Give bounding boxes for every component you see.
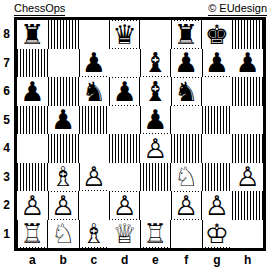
piece-wn-f3[interactable]: ♘	[173, 163, 199, 190]
piece-br-a8[interactable]: ♜	[19, 21, 45, 48]
square-g1[interactable]: ♔	[202, 220, 233, 249]
square-h1[interactable]	[232, 220, 263, 249]
file-label-f: f	[171, 253, 202, 267]
rank-label-6: 6	[0, 77, 13, 106]
app-title: ChessOps	[14, 2, 65, 16]
square-d7[interactable]	[109, 49, 140, 78]
copyright-label: © EUdesign	[208, 2, 267, 16]
square-f5[interactable]	[171, 106, 202, 135]
square-h2[interactable]	[232, 191, 263, 220]
square-d2[interactable]: ♙	[109, 191, 140, 220]
piece-bp-d6[interactable]: ♟	[112, 78, 138, 105]
piece-bp-f7[interactable]: ♟	[173, 49, 199, 76]
rank-label-1: 1	[0, 220, 13, 249]
square-e7[interactable]: ♝	[140, 49, 171, 78]
square-h4[interactable]	[232, 134, 263, 163]
piece-wr-e1[interactable]: ♖	[142, 220, 168, 247]
square-g3[interactable]	[202, 163, 233, 192]
piece-wp-h3[interactable]: ♙	[235, 163, 261, 190]
file-label-d: d	[109, 253, 140, 267]
piece-wp-b2[interactable]: ♙	[50, 192, 76, 219]
piece-bp-g7[interactable]: ♟	[204, 49, 230, 76]
square-d6[interactable]: ♟	[109, 77, 140, 106]
piece-bp-a6[interactable]: ♟	[19, 78, 45, 105]
piece-bq-d8[interactable]: ♛	[112, 21, 138, 48]
square-g7[interactable]: ♟	[202, 49, 233, 78]
piece-wn-b1[interactable]: ♘	[50, 220, 76, 247]
rank-label-2: 2	[0, 191, 13, 220]
square-c3[interactable]: ♙	[79, 163, 110, 192]
square-b1[interactable]: ♘	[48, 220, 79, 249]
rank-label-4: 4	[0, 134, 13, 163]
square-f4[interactable]	[171, 134, 202, 163]
square-h7[interactable]: ♟	[232, 49, 263, 78]
square-a6[interactable]: ♟	[17, 77, 48, 106]
file-label-e: e	[140, 253, 171, 267]
square-a4[interactable]	[17, 134, 48, 163]
square-b8[interactable]	[48, 20, 79, 49]
square-e8[interactable]	[140, 20, 171, 49]
file-label-h: h	[232, 253, 263, 267]
chess-diagram-screen: ChessOps © EUdesign 87654321 ♜♛♜♚♟♝♟♟♟♟♞…	[0, 0, 270, 270]
piece-bp-c7[interactable]: ♟	[81, 49, 107, 76]
piece-wb-b3[interactable]: ♗	[50, 163, 76, 190]
square-c6[interactable]: ♞	[79, 77, 110, 106]
piece-wk-g1[interactable]: ♔	[204, 220, 230, 247]
square-b2[interactable]: ♙	[48, 191, 79, 220]
square-a3[interactable]	[17, 163, 48, 192]
square-f7[interactable]: ♟	[171, 49, 202, 78]
square-c4[interactable]	[79, 134, 110, 163]
square-f6[interactable]: ♞	[171, 77, 202, 106]
piece-wp-g2[interactable]: ♙	[204, 192, 230, 219]
file-label-a: a	[17, 253, 48, 267]
square-d3[interactable]	[109, 163, 140, 192]
square-a2[interactable]: ♙	[17, 191, 48, 220]
square-g8[interactable]: ♚	[202, 20, 233, 49]
rank-labels: 87654321	[0, 20, 13, 248]
square-b3[interactable]: ♗	[48, 163, 79, 192]
square-g2[interactable]: ♙	[202, 191, 233, 220]
square-f3[interactable]: ♘	[171, 163, 202, 192]
piece-bb-e6[interactable]: ♝	[142, 78, 168, 105]
square-d8[interactable]: ♛	[109, 20, 140, 49]
piece-br-f8[interactable]: ♜	[173, 21, 199, 48]
piece-wp-f2[interactable]: ♙	[173, 192, 199, 219]
piece-bk-g8[interactable]: ♚	[204, 21, 230, 48]
square-h3[interactable]: ♙	[232, 163, 263, 192]
piece-wp-c3[interactable]: ♙	[81, 163, 107, 190]
square-e2[interactable]	[140, 191, 171, 220]
piece-bn-f6[interactable]: ♞	[173, 78, 199, 105]
square-a5[interactable]	[17, 106, 48, 135]
piece-wr-a1[interactable]: ♖	[19, 220, 45, 247]
file-labels: abcdefgh	[17, 253, 263, 267]
square-a1[interactable]: ♖	[17, 220, 48, 249]
piece-bb-e7[interactable]: ♝	[142, 49, 168, 76]
square-f1[interactable]	[171, 220, 202, 249]
square-g6[interactable]	[202, 77, 233, 106]
piece-bp-e5[interactable]: ♟	[142, 106, 168, 133]
square-a7[interactable]	[17, 49, 48, 78]
rank-label-8: 8	[0, 20, 13, 49]
square-h8[interactable]	[232, 20, 263, 49]
square-b7[interactable]	[48, 49, 79, 78]
square-g4[interactable]	[202, 134, 233, 163]
square-a8[interactable]: ♜	[17, 20, 48, 49]
file-label-b: b	[48, 253, 79, 267]
board-grid: ♜♛♜♚♟♝♟♟♟♟♞♟♝♞♟♟♙♗♙♘♙♙♙♙♙♙♖♘♗♕♖♔	[14, 17, 266, 251]
square-b5[interactable]: ♟	[48, 106, 79, 135]
piece-bp-h7[interactable]: ♟	[235, 49, 261, 76]
header-bar: ChessOps © EUdesign	[14, 1, 267, 16]
file-label-g: g	[202, 253, 233, 267]
piece-wq-d1[interactable]: ♕	[112, 220, 138, 247]
square-b4[interactable]	[48, 134, 79, 163]
piece-bn-c6[interactable]: ♞	[81, 78, 107, 105]
rank-label-5: 5	[0, 106, 13, 135]
square-h6[interactable]	[232, 77, 263, 106]
piece-wp-d2[interactable]: ♙	[112, 192, 138, 219]
piece-wp-a2[interactable]: ♙	[19, 192, 45, 219]
square-d5[interactable]	[109, 106, 140, 135]
square-e5[interactable]: ♟	[140, 106, 171, 135]
square-e6[interactable]: ♝	[140, 77, 171, 106]
piece-wp-e4[interactable]: ♙	[142, 135, 168, 162]
square-e1[interactable]: ♖	[140, 220, 171, 249]
file-label-c: c	[79, 253, 110, 267]
square-b6[interactable]	[48, 77, 79, 106]
square-d1[interactable]: ♕	[109, 220, 140, 249]
piece-bp-b5[interactable]: ♟	[50, 106, 76, 133]
square-e4[interactable]: ♙	[140, 134, 171, 163]
square-g5[interactable]	[202, 106, 233, 135]
square-e3[interactable]	[140, 163, 171, 192]
square-c2[interactable]	[79, 191, 110, 220]
piece-wb-c1[interactable]: ♗	[81, 220, 107, 247]
square-f2[interactable]: ♙	[171, 191, 202, 220]
square-h5[interactable]	[232, 106, 263, 135]
square-d4[interactable]	[109, 134, 140, 163]
rank-label-3: 3	[0, 163, 13, 192]
square-c7[interactable]: ♟	[79, 49, 110, 78]
rank-label-7: 7	[0, 49, 13, 78]
square-c5[interactable]	[79, 106, 110, 135]
square-c1[interactable]: ♗	[79, 220, 110, 249]
square-f8[interactable]: ♜	[171, 20, 202, 49]
square-c8[interactable]	[79, 20, 110, 49]
